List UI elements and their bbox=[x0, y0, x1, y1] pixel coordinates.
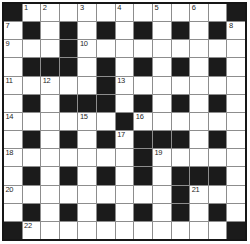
white-cell-r6c10[interactable] bbox=[190, 113, 208, 130]
black-cell-r1c3 bbox=[60, 22, 78, 39]
white-cell-r2c12[interactable] bbox=[227, 40, 245, 57]
white-cell-r5c6[interactable] bbox=[116, 95, 134, 112]
white-cell-r4c2[interactable]: 12 bbox=[41, 77, 59, 94]
white-cell-r0c7[interactable] bbox=[134, 4, 152, 21]
white-cell-r7c4[interactable] bbox=[78, 131, 96, 148]
white-cell-r2c2[interactable] bbox=[41, 40, 59, 57]
white-cell-r10c2[interactable] bbox=[41, 186, 59, 203]
black-cell-r3c2 bbox=[41, 58, 59, 75]
white-cell-r2c0[interactable]: 9 bbox=[4, 40, 22, 57]
white-cell-r0c2[interactable]: 2 bbox=[41, 4, 59, 21]
white-cell-r2c1[interactable] bbox=[23, 40, 41, 57]
white-cell-r4c12[interactable] bbox=[227, 77, 245, 94]
black-cell-r3c5 bbox=[97, 58, 115, 75]
white-cell-r10c6[interactable] bbox=[116, 186, 134, 203]
black-cell-r11c9 bbox=[172, 204, 190, 221]
white-cell-r7c12[interactable] bbox=[227, 131, 245, 148]
white-cell-r9c6[interactable] bbox=[116, 167, 134, 184]
white-cell-r12c3[interactable] bbox=[60, 222, 78, 239]
white-cell-r8c4[interactable] bbox=[78, 149, 96, 166]
black-cell-r5c7 bbox=[134, 95, 152, 112]
black-cell-r3c11 bbox=[209, 58, 227, 75]
white-cell-r6c1[interactable] bbox=[23, 113, 41, 130]
white-cell-r4c6[interactable]: 13 bbox=[116, 77, 134, 94]
white-cell-r6c5[interactable] bbox=[97, 113, 115, 130]
clue-number-5: 5 bbox=[154, 4, 158, 13]
white-cell-r9c2[interactable] bbox=[41, 167, 59, 184]
white-cell-r8c10[interactable] bbox=[190, 149, 208, 166]
black-cell-r9c1 bbox=[23, 167, 41, 184]
black-cell-r4c5 bbox=[97, 77, 115, 94]
white-cell-r2c5[interactable] bbox=[97, 40, 115, 57]
white-cell-r12c2[interactable] bbox=[41, 222, 59, 239]
white-cell-r10c12[interactable] bbox=[227, 186, 245, 203]
white-cell-r4c3[interactable] bbox=[60, 77, 78, 94]
clue-number-2: 2 bbox=[43, 4, 47, 13]
white-cell-r0c8[interactable]: 5 bbox=[153, 4, 171, 21]
white-cell-r8c6[interactable] bbox=[116, 149, 134, 166]
black-cell-r7c3 bbox=[60, 131, 78, 148]
clue-number-16: 16 bbox=[136, 113, 144, 122]
white-cell-r8c2[interactable] bbox=[41, 149, 59, 166]
black-cell-r9c3 bbox=[60, 167, 78, 184]
white-cell-r11c8[interactable] bbox=[153, 204, 171, 221]
white-cell-r4c4[interactable] bbox=[78, 77, 96, 94]
white-cell-r4c9[interactable] bbox=[172, 77, 190, 94]
white-cell-r7c0[interactable] bbox=[4, 131, 22, 148]
white-cell-r6c7[interactable]: 16 bbox=[134, 113, 152, 130]
black-cell-r3c9 bbox=[172, 58, 190, 75]
white-cell-r5c12[interactable] bbox=[227, 95, 245, 112]
white-cell-r8c11[interactable] bbox=[209, 149, 227, 166]
white-cell-r11c12[interactable] bbox=[227, 204, 245, 221]
white-cell-r9c8[interactable] bbox=[153, 167, 171, 184]
white-cell-r10c8[interactable] bbox=[153, 186, 171, 203]
white-cell-r11c2[interactable] bbox=[41, 204, 59, 221]
white-cell-r5c2[interactable] bbox=[41, 95, 59, 112]
white-cell-r10c3[interactable] bbox=[60, 186, 78, 203]
white-cell-r12c11[interactable] bbox=[209, 222, 227, 239]
black-cell-r11c3 bbox=[60, 204, 78, 221]
white-cell-r1c8[interactable] bbox=[153, 22, 171, 39]
white-cell-r11c4[interactable] bbox=[78, 204, 96, 221]
white-cell-r2c11[interactable] bbox=[209, 40, 227, 57]
black-cell-r6c6 bbox=[116, 113, 134, 130]
clue-number-3: 3 bbox=[80, 4, 84, 13]
white-cell-r10c10[interactable]: 21 bbox=[190, 186, 208, 203]
crossword-board: 12345678910111213141516171819202122 bbox=[2, 2, 247, 241]
white-cell-r8c8[interactable]: 19 bbox=[153, 149, 171, 166]
black-cell-r11c11 bbox=[209, 204, 227, 221]
white-cell-r12c6[interactable] bbox=[116, 222, 134, 239]
white-cell-r6c2[interactable] bbox=[41, 113, 59, 130]
black-cell-r9c9 bbox=[172, 167, 190, 184]
white-cell-r6c8[interactable] bbox=[153, 113, 171, 130]
white-cell-r4c0[interactable]: 11 bbox=[4, 77, 22, 94]
black-cell-r7c8 bbox=[153, 131, 171, 148]
black-cell-r7c1 bbox=[23, 131, 41, 148]
white-cell-r11c6[interactable] bbox=[116, 204, 134, 221]
white-cell-r1c2[interactable] bbox=[41, 22, 59, 39]
black-cell-r1c9 bbox=[172, 22, 190, 39]
black-cell-r11c1 bbox=[23, 204, 41, 221]
white-cell-r6c12[interactable] bbox=[227, 113, 245, 130]
black-cell-r2c3 bbox=[60, 40, 78, 57]
white-cell-r1c12[interactable]: 8 bbox=[227, 22, 245, 39]
white-cell-r12c8[interactable] bbox=[153, 222, 171, 239]
white-cell-r1c0[interactable]: 7 bbox=[4, 22, 22, 39]
white-cell-r10c1[interactable] bbox=[23, 186, 41, 203]
white-cell-r4c10[interactable] bbox=[190, 77, 208, 94]
black-cell-r5c3 bbox=[60, 95, 78, 112]
white-cell-r4c11[interactable] bbox=[209, 77, 227, 94]
white-cell-r6c3[interactable] bbox=[60, 113, 78, 130]
clue-number-1: 1 bbox=[24, 4, 28, 13]
clue-number-19: 19 bbox=[154, 149, 162, 158]
black-cell-r9c10 bbox=[190, 167, 208, 184]
white-cell-r4c1[interactable] bbox=[23, 77, 41, 94]
white-cell-r0c3[interactable] bbox=[60, 4, 78, 21]
white-cell-r12c1[interactable]: 22 bbox=[23, 222, 41, 239]
black-cell-r9c7 bbox=[134, 167, 152, 184]
clue-number-22: 22 bbox=[24, 222, 32, 231]
white-cell-r4c8[interactable] bbox=[153, 77, 171, 94]
white-cell-r3c10[interactable] bbox=[190, 58, 208, 75]
black-cell-r1c1 bbox=[23, 22, 41, 39]
clue-number-11: 11 bbox=[6, 77, 13, 86]
white-cell-r8c0[interactable]: 18 bbox=[4, 149, 22, 166]
white-cell-r4c7[interactable] bbox=[134, 77, 152, 94]
black-cell-r7c5 bbox=[97, 131, 115, 148]
clue-number-20: 20 bbox=[6, 186, 14, 195]
crossword-grid: 12345678910111213141516171819202122 bbox=[2, 2, 247, 241]
white-cell-r2c7[interactable] bbox=[134, 40, 152, 57]
black-cell-r3c7 bbox=[134, 58, 152, 75]
clue-number-7: 7 bbox=[6, 22, 10, 31]
white-cell-r11c0[interactable] bbox=[4, 204, 22, 221]
black-cell-r11c7 bbox=[134, 204, 152, 221]
clue-number-4: 4 bbox=[117, 4, 121, 13]
black-cell-r1c7 bbox=[134, 22, 152, 39]
clue-number-9: 9 bbox=[6, 40, 10, 49]
white-cell-r0c11[interactable] bbox=[209, 4, 227, 21]
white-cell-r10c4[interactable] bbox=[78, 186, 96, 203]
black-cell-r8c7 bbox=[134, 149, 152, 166]
clue-number-10: 10 bbox=[80, 40, 88, 49]
white-cell-r5c8[interactable] bbox=[153, 95, 171, 112]
white-cell-r11c10[interactable] bbox=[190, 204, 208, 221]
white-cell-r10c11[interactable] bbox=[209, 186, 227, 203]
white-cell-r6c11[interactable] bbox=[209, 113, 227, 130]
white-cell-r2c6[interactable] bbox=[116, 40, 134, 57]
clue-number-14: 14 bbox=[6, 113, 14, 122]
white-cell-r3c4[interactable] bbox=[78, 58, 96, 75]
clue-number-6: 6 bbox=[192, 4, 196, 13]
black-cell-r1c11 bbox=[209, 22, 227, 39]
white-cell-r6c4[interactable]: 15 bbox=[78, 113, 96, 130]
white-cell-r1c6[interactable] bbox=[116, 22, 134, 39]
white-cell-r3c12[interactable] bbox=[227, 58, 245, 75]
white-cell-r2c9[interactable] bbox=[172, 40, 190, 57]
white-cell-r1c4[interactable] bbox=[78, 22, 96, 39]
black-cell-r5c9 bbox=[172, 95, 190, 112]
black-cell-r12c0 bbox=[4, 222, 22, 239]
white-cell-r7c6[interactable]: 17 bbox=[116, 131, 134, 148]
white-cell-r8c12[interactable] bbox=[227, 149, 245, 166]
white-cell-r7c2[interactable] bbox=[41, 131, 59, 148]
white-cell-r2c8[interactable] bbox=[153, 40, 171, 57]
white-cell-r10c0[interactable]: 20 bbox=[4, 186, 22, 203]
black-cell-r3c3 bbox=[60, 58, 78, 75]
white-cell-r0c10[interactable]: 6 bbox=[190, 4, 208, 21]
white-cell-r12c9[interactable] bbox=[172, 222, 190, 239]
white-cell-r0c4[interactable]: 3 bbox=[78, 4, 96, 21]
black-cell-r7c11 bbox=[209, 131, 227, 148]
clue-number-18: 18 bbox=[6, 149, 14, 158]
black-cell-r5c5 bbox=[97, 95, 115, 112]
white-cell-r12c5[interactable] bbox=[97, 222, 115, 239]
white-cell-r12c7[interactable] bbox=[134, 222, 152, 239]
white-cell-r12c4[interactable] bbox=[78, 222, 96, 239]
white-cell-r3c6[interactable] bbox=[116, 58, 134, 75]
clue-number-21: 21 bbox=[192, 186, 200, 195]
clue-number-17: 17 bbox=[117, 131, 125, 140]
black-cell-r1c5 bbox=[97, 22, 115, 39]
white-cell-r8c3[interactable] bbox=[60, 149, 78, 166]
black-cell-r5c4 bbox=[78, 95, 96, 112]
white-cell-r9c12[interactable] bbox=[227, 167, 245, 184]
white-cell-r6c9[interactable] bbox=[172, 113, 190, 130]
white-cell-r0c9[interactable] bbox=[172, 4, 190, 21]
white-cell-r0c5[interactable] bbox=[97, 4, 115, 21]
white-cell-r1c10[interactable] bbox=[190, 22, 208, 39]
white-cell-r5c10[interactable] bbox=[190, 95, 208, 112]
black-cell-r12c12 bbox=[227, 222, 245, 239]
black-cell-r9c5 bbox=[97, 167, 115, 184]
black-cell-r9c11 bbox=[209, 167, 227, 184]
white-cell-r0c6[interactable]: 4 bbox=[116, 4, 134, 21]
black-cell-r5c1 bbox=[23, 95, 41, 112]
white-cell-r3c8[interactable] bbox=[153, 58, 171, 75]
white-cell-r9c0[interactable] bbox=[4, 167, 22, 184]
white-cell-r10c5[interactable] bbox=[97, 186, 115, 203]
white-cell-r6c0[interactable]: 14 bbox=[4, 113, 22, 130]
black-cell-r3c1 bbox=[23, 58, 41, 75]
white-cell-r8c9[interactable] bbox=[172, 149, 190, 166]
white-cell-r12c10[interactable] bbox=[190, 222, 208, 239]
black-cell-r0c12 bbox=[227, 4, 245, 21]
white-cell-r2c10[interactable] bbox=[190, 40, 208, 57]
white-cell-r9c4[interactable] bbox=[78, 167, 96, 184]
black-cell-r10c9 bbox=[172, 186, 190, 203]
black-cell-r7c7 bbox=[134, 131, 152, 148]
black-cell-r7c9 bbox=[172, 131, 190, 148]
black-cell-r11c5 bbox=[97, 204, 115, 221]
clue-number-13: 13 bbox=[117, 77, 125, 86]
white-cell-r5c0[interactable] bbox=[4, 95, 22, 112]
white-cell-r7c10[interactable] bbox=[190, 131, 208, 148]
white-cell-r10c7[interactable] bbox=[134, 186, 152, 203]
white-cell-r8c5[interactable] bbox=[97, 149, 115, 166]
white-cell-r8c1[interactable] bbox=[23, 149, 41, 166]
white-cell-r2c4[interactable]: 10 bbox=[78, 40, 96, 57]
black-cell-r0c0 bbox=[4, 4, 22, 21]
clue-number-8: 8 bbox=[229, 22, 233, 31]
clue-number-15: 15 bbox=[80, 113, 88, 122]
clue-number-12: 12 bbox=[43, 77, 51, 86]
white-cell-r0c1[interactable]: 1 bbox=[23, 4, 41, 21]
black-cell-r5c11 bbox=[209, 95, 227, 112]
white-cell-r3c0[interactable] bbox=[4, 58, 22, 75]
